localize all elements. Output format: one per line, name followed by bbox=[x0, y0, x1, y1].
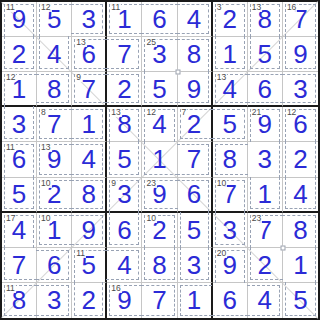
cell-r3c5[interactable]: 5 bbox=[142, 72, 177, 107]
cage-sum: 17 bbox=[5, 214, 16, 223]
digit: 4 bbox=[248, 283, 282, 318]
cell-r5c6[interactable]: 7 bbox=[178, 142, 213, 177]
cell-r4c4[interactable]: 813 bbox=[107, 107, 142, 142]
digit: 8 bbox=[37, 72, 71, 105]
cage-sum: 3 bbox=[216, 3, 223, 12]
digit: 8 bbox=[283, 213, 318, 247]
digit: 5 bbox=[2, 178, 36, 211]
cell-r8c7[interactable]: 920 bbox=[213, 248, 248, 283]
cell-r3c1[interactable]: 112 bbox=[2, 72, 37, 107]
digit: 8 bbox=[72, 178, 105, 211]
cage-sum: 13 bbox=[216, 73, 227, 82]
cell-r9c6[interactable]: 1 bbox=[178, 283, 213, 318]
cell-r9c3[interactable]: 2 bbox=[72, 283, 107, 318]
digit: 6 bbox=[213, 283, 247, 318]
cell-r7c8[interactable]: 723 bbox=[248, 213, 283, 248]
cell-r1c9[interactable]: 716 bbox=[283, 2, 318, 37]
cage-sum: 10 bbox=[40, 179, 51, 188]
cage-sum: 10 bbox=[40, 214, 51, 223]
cage-sum: 12 bbox=[286, 108, 297, 117]
cell-r5c5[interactable]: 1 bbox=[142, 142, 177, 177]
digit: 4 bbox=[107, 248, 141, 282]
cage-sum: 9 bbox=[110, 179, 117, 188]
cell-r2c7[interactable]: 1 bbox=[213, 37, 248, 72]
cage-sum: 13 bbox=[40, 143, 51, 152]
cage-joint-marker bbox=[175, 70, 180, 75]
digit: 1 bbox=[248, 178, 282, 211]
digit: 2 bbox=[107, 72, 141, 105]
digit: 3 bbox=[283, 72, 318, 105]
digit: 1 bbox=[178, 283, 211, 318]
cell-r3c8[interactable]: 6 bbox=[248, 72, 283, 107]
cell-r4c8[interactable]: 921 bbox=[248, 107, 283, 142]
cell-r6c3[interactable]: 8 bbox=[72, 178, 107, 213]
cell-r4c3[interactable]: 1 bbox=[72, 107, 107, 142]
cage-sum: 10 bbox=[145, 214, 156, 223]
digit: 9 bbox=[178, 72, 211, 105]
cell-r4c1[interactable]: 3 bbox=[2, 107, 37, 142]
cell-r6c2[interactable]: 210 bbox=[37, 178, 72, 213]
digit: 2 bbox=[248, 248, 282, 282]
cage-sum: 23 bbox=[145, 179, 156, 188]
cell-r8c4[interactable]: 4 bbox=[107, 248, 142, 283]
digit: 4 bbox=[283, 178, 318, 211]
cell-r1c7[interactable]: 23 bbox=[213, 2, 248, 37]
digit: 7 bbox=[107, 37, 141, 71]
cage-sum: 9 bbox=[75, 73, 82, 82]
cell-r4c2[interactable]: 78 bbox=[37, 107, 72, 142]
cage-sum: 7 bbox=[181, 108, 188, 117]
cell-r2c2[interactable]: 4 bbox=[37, 37, 72, 72]
digit: 5 bbox=[142, 72, 176, 105]
digit: 5 bbox=[248, 37, 282, 71]
cell-r1c2[interactable]: 512 bbox=[37, 2, 72, 37]
cell-r5c2[interactable]: 913 bbox=[37, 142, 72, 177]
digit: 2 bbox=[72, 283, 105, 318]
cell-r3c4[interactable]: 2 bbox=[107, 72, 142, 107]
digit: 1 bbox=[142, 142, 176, 176]
digit: 7 bbox=[142, 283, 176, 318]
cell-r1c5[interactable]: 6 bbox=[142, 2, 177, 37]
cell-r3c2[interactable]: 8 bbox=[37, 72, 72, 107]
cell-r8c9[interactable]: 1 bbox=[283, 248, 318, 283]
cell-r2c9[interactable]: 9 bbox=[283, 37, 318, 72]
cell-r5c8[interactable]: 3 bbox=[248, 142, 283, 177]
digit: 5 bbox=[283, 283, 318, 318]
cell-r3c9[interactable]: 3 bbox=[283, 72, 318, 107]
cage-sum: 20 bbox=[216, 249, 227, 258]
cage-sum: 8 bbox=[40, 108, 47, 117]
cell-r6c5[interactable]: 923 bbox=[142, 178, 177, 213]
cage-sum: 12 bbox=[40, 3, 51, 12]
cell-r8c8[interactable]: 2 bbox=[248, 248, 283, 283]
digit: 8 bbox=[142, 248, 176, 282]
cell-r8c2[interactable]: 6 bbox=[37, 248, 72, 283]
killer-sudoku-board: 9115123111642381371624613732581591128792… bbox=[0, 0, 320, 320]
digit: 3 bbox=[2, 107, 36, 141]
cage-sum: 23 bbox=[251, 214, 262, 223]
cage-sum: 16 bbox=[286, 3, 297, 12]
cage-sum: 11 bbox=[75, 249, 86, 258]
cell-r1c8[interactable]: 813 bbox=[248, 2, 283, 37]
cage-sum: 11 bbox=[110, 3, 121, 12]
cell-r5c3[interactable]: 4 bbox=[72, 142, 107, 177]
digit: 7 bbox=[2, 248, 36, 282]
cage-sum: 13 bbox=[110, 108, 121, 117]
digit: 6 bbox=[37, 248, 71, 282]
digit: 2 bbox=[2, 37, 36, 71]
cell-r5c9[interactable]: 2 bbox=[283, 142, 318, 177]
digit: 3 bbox=[37, 283, 71, 318]
digit: 3 bbox=[213, 213, 247, 247]
digit: 8 bbox=[178, 37, 211, 71]
cell-r8c6[interactable]: 3 bbox=[178, 248, 213, 283]
cell-r3c6[interactable]: 9 bbox=[178, 72, 213, 107]
cell-r2c1[interactable]: 2 bbox=[2, 37, 37, 72]
cell-r7c2[interactable]: 110 bbox=[37, 213, 72, 248]
cage-sum: 21 bbox=[251, 108, 262, 117]
digit: 5 bbox=[178, 213, 211, 247]
cell-r8c3[interactable]: 511 bbox=[72, 248, 107, 283]
digit: 1 bbox=[283, 248, 318, 282]
cell-r1c1[interactable]: 911 bbox=[2, 2, 37, 37]
cage-sum: 10 bbox=[216, 179, 227, 188]
cell-r7c7[interactable]: 3 bbox=[213, 213, 248, 248]
digit: 9 bbox=[283, 37, 318, 71]
cell-r7c4[interactable]: 6 bbox=[107, 213, 142, 248]
cell-r2c4[interactable]: 7 bbox=[107, 37, 142, 72]
digit: 2 bbox=[283, 142, 318, 176]
digit: 6 bbox=[142, 2, 176, 36]
cell-r9c9[interactable]: 5 bbox=[283, 283, 318, 318]
cell-r4c5[interactable]: 412 bbox=[142, 107, 177, 142]
cell-r9c7[interactable]: 6 bbox=[213, 283, 248, 318]
digit: 6 bbox=[107, 213, 141, 247]
cage-sum: 12 bbox=[5, 73, 16, 82]
digit: 4 bbox=[178, 2, 211, 36]
digit: 1 bbox=[213, 37, 247, 71]
cell-r7c9[interactable]: 8 bbox=[283, 213, 318, 248]
cell-r7c3[interactable]: 9 bbox=[72, 213, 107, 248]
digit: 6 bbox=[178, 178, 211, 211]
digit: 3 bbox=[178, 248, 211, 282]
cell-r9c2[interactable]: 3 bbox=[37, 283, 72, 318]
digit: 3 bbox=[72, 2, 105, 36]
cell-r5c7[interactable]: 8 bbox=[213, 142, 248, 177]
cell-r4c6[interactable]: 27 bbox=[178, 107, 213, 142]
digit: 7 bbox=[178, 142, 211, 176]
cell-r7c5[interactable]: 210 bbox=[142, 213, 177, 248]
cage-sum: 11 bbox=[5, 143, 16, 152]
cell-r4c9[interactable]: 612 bbox=[283, 107, 318, 142]
cell-r6c7[interactable]: 710 bbox=[213, 178, 248, 213]
cell-r6c8[interactable]: 1 bbox=[248, 178, 283, 213]
digit: 9 bbox=[72, 213, 105, 247]
cell-r1c3[interactable]: 3 bbox=[72, 2, 107, 37]
cell-r2c6[interactable]: 8 bbox=[178, 37, 213, 72]
digit: 6 bbox=[248, 72, 282, 105]
cell-r3c7[interactable]: 413 bbox=[213, 72, 248, 107]
cage-sum: 25 bbox=[145, 38, 156, 47]
cell-r2c8[interactable]: 5 bbox=[248, 37, 283, 72]
digit: 1 bbox=[72, 107, 105, 141]
cage-joint-marker bbox=[280, 245, 285, 250]
cell-r1c4[interactable]: 111 bbox=[107, 2, 142, 37]
cell-r2c5[interactable]: 325 bbox=[142, 37, 177, 72]
cell-r3c3[interactable]: 79 bbox=[72, 72, 107, 107]
cage-sum: 12 bbox=[145, 108, 156, 117]
cell-r5c4[interactable]: 5 bbox=[107, 142, 142, 177]
cage-sum: 11 bbox=[5, 284, 16, 293]
digit: 3 bbox=[248, 142, 282, 176]
digit: 5 bbox=[213, 107, 247, 141]
cell-r1c6[interactable]: 4 bbox=[178, 2, 213, 37]
cell-r9c4[interactable]: 916 bbox=[107, 283, 142, 318]
cage-sum: 13 bbox=[75, 38, 86, 47]
digit: 4 bbox=[72, 142, 105, 176]
cage-sum: 13 bbox=[251, 3, 262, 12]
digit: 5 bbox=[107, 142, 141, 176]
cell-r9c8[interactable]: 4 bbox=[248, 283, 283, 318]
cage-sum: 16 bbox=[110, 284, 121, 293]
digit: 4 bbox=[37, 37, 71, 71]
cell-r6c9[interactable]: 4 bbox=[283, 178, 318, 213]
digit: 8 bbox=[213, 142, 247, 176]
cell-r4c7[interactable]: 5 bbox=[213, 107, 248, 142]
cage-sum: 11 bbox=[5, 3, 16, 12]
cell-r7c6[interactable]: 5 bbox=[178, 213, 213, 248]
cell-r6c1[interactable]: 5 bbox=[2, 178, 37, 213]
cell-r6c6[interactable]: 6 bbox=[178, 178, 213, 213]
cell-r8c5[interactable]: 8 bbox=[142, 248, 177, 283]
cell-r5c1[interactable]: 611 bbox=[2, 142, 37, 177]
cell-r2c3[interactable]: 613 bbox=[72, 37, 107, 72]
cell-r6c4[interactable]: 39 bbox=[107, 178, 142, 213]
cell-r9c1[interactable]: 811 bbox=[2, 283, 37, 318]
cell-r8c1[interactable]: 7 bbox=[2, 248, 37, 283]
cell-r7c1[interactable]: 417 bbox=[2, 213, 37, 248]
cell-r9c5[interactable]: 7 bbox=[142, 283, 177, 318]
